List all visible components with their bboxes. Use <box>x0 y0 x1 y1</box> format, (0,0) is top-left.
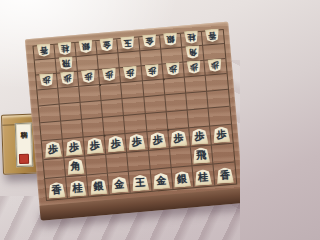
board-cell: 歩 <box>63 138 86 159</box>
shogi-piece-lance-near[interactable]: 香 <box>216 167 234 184</box>
board-cell <box>124 114 147 134</box>
shogi-piece-pawn-near[interactable]: 歩 <box>128 133 146 150</box>
board-cell <box>81 101 104 120</box>
board-cell: 歩 <box>168 128 191 149</box>
board-cell: 銀 <box>171 166 194 189</box>
shogi-piece-rook-near[interactable]: 飛 <box>192 147 210 164</box>
board-cell <box>170 147 193 168</box>
board-cell <box>186 92 209 111</box>
hoshi-dot <box>162 78 164 80</box>
board-cell <box>102 99 125 118</box>
shogi-piece-pawn-near[interactable]: 歩 <box>65 139 83 156</box>
board-cell: 歩 <box>84 136 107 157</box>
shogi-piece-lance-near[interactable]: 香 <box>47 182 65 199</box>
board-cell <box>149 149 172 170</box>
board-cell: 歩 <box>126 132 149 153</box>
board-cell: 桂 <box>192 164 215 187</box>
board-cell <box>43 158 66 179</box>
board-cell <box>58 87 80 105</box>
hoshi-dot <box>167 129 169 131</box>
shogi-piece-pawn-near[interactable]: 歩 <box>86 137 104 154</box>
shogi-board: 香桂銀金玉金銀桂香飛角歩歩歩歩歩歩歩歩歩歩歩歩歩歩歩歩歩歩角飛香桂銀金王金銀桂香 <box>25 22 240 207</box>
board-cell <box>128 151 151 172</box>
board-cell <box>61 120 84 140</box>
board-cell: 王 <box>129 170 152 193</box>
shogi-piece-pawn-near[interactable]: 歩 <box>107 135 125 152</box>
shogi-grid: 香桂銀金玉金銀桂香飛角歩歩歩歩歩歩歩歩歩歩歩歩歩歩歩歩歩歩角飛香桂銀金王金銀桂香 <box>32 29 237 201</box>
board-cell <box>121 81 143 99</box>
board-cell: 角 <box>64 157 87 178</box>
shogi-piece-pawn-near[interactable]: 歩 <box>170 130 188 147</box>
board-cell <box>143 79 165 97</box>
board-cell: 歩 <box>42 139 65 160</box>
shogi-piece-bishop-near[interactable]: 角 <box>66 158 84 175</box>
shogi-piece-pawn-near[interactable]: 歩 <box>191 128 209 145</box>
shogi-piece-pawn-near[interactable]: 歩 <box>149 132 167 149</box>
board-cell <box>100 83 122 101</box>
board-cell <box>166 110 189 130</box>
board-cell <box>212 144 235 165</box>
board-cell <box>187 109 210 129</box>
shogi-piece-knight-near[interactable]: 桂 <box>194 169 212 186</box>
board-cell: 金 <box>108 172 131 195</box>
board-cell: 香 <box>213 163 236 186</box>
shogi-piece-knight-near[interactable]: 桂 <box>68 180 86 197</box>
shogi-board-assembly: 香桂銀金玉金銀桂香飛角歩歩歩歩歩歩歩歩歩歩歩歩歩歩歩歩歩歩角飛香桂銀金王金銀桂香 <box>22 11 240 225</box>
shogi-piece-pawn-near[interactable]: 歩 <box>44 141 62 158</box>
shogi-piece-king-near[interactable]: 王 <box>131 174 149 191</box>
board-cell <box>185 76 207 94</box>
shogi-piece-silver-near[interactable]: 銀 <box>89 178 107 195</box>
board-cell <box>207 90 230 109</box>
board-cell <box>39 105 62 124</box>
board-cell <box>144 95 167 114</box>
board-cell <box>164 78 186 96</box>
board-cell <box>208 107 231 127</box>
board-cell <box>206 74 228 92</box>
board-cell <box>103 116 126 136</box>
board-cell <box>79 85 101 103</box>
board-cell <box>60 103 83 122</box>
shogi-piece-silver-near[interactable]: 銀 <box>173 171 191 188</box>
board-cell <box>40 121 63 141</box>
board-cell <box>86 155 109 176</box>
board-cell: 歩 <box>210 125 233 146</box>
shogi-piece-gold-near[interactable]: 金 <box>110 176 128 193</box>
board-cell: 歩 <box>189 127 212 148</box>
board-cell: 歩 <box>147 130 170 151</box>
board-cell: 銀 <box>87 174 110 197</box>
board-cell <box>123 97 146 116</box>
shogi-piece-pawn-near[interactable]: 歩 <box>212 126 230 143</box>
shogi-piece-gold-near[interactable]: 金 <box>152 172 170 189</box>
board-cell <box>82 118 105 138</box>
board-cell: 桂 <box>66 175 89 198</box>
board-cell: 飛 <box>191 145 214 166</box>
board-cell <box>107 153 130 174</box>
red-seal-stamp <box>19 154 29 164</box>
board-cell <box>165 94 188 113</box>
board-cell <box>37 89 59 107</box>
board-cell: 香 <box>45 177 68 200</box>
board-cell: 金 <box>150 168 173 191</box>
board-cell: 歩 <box>105 134 128 155</box>
board-cell <box>145 112 168 132</box>
